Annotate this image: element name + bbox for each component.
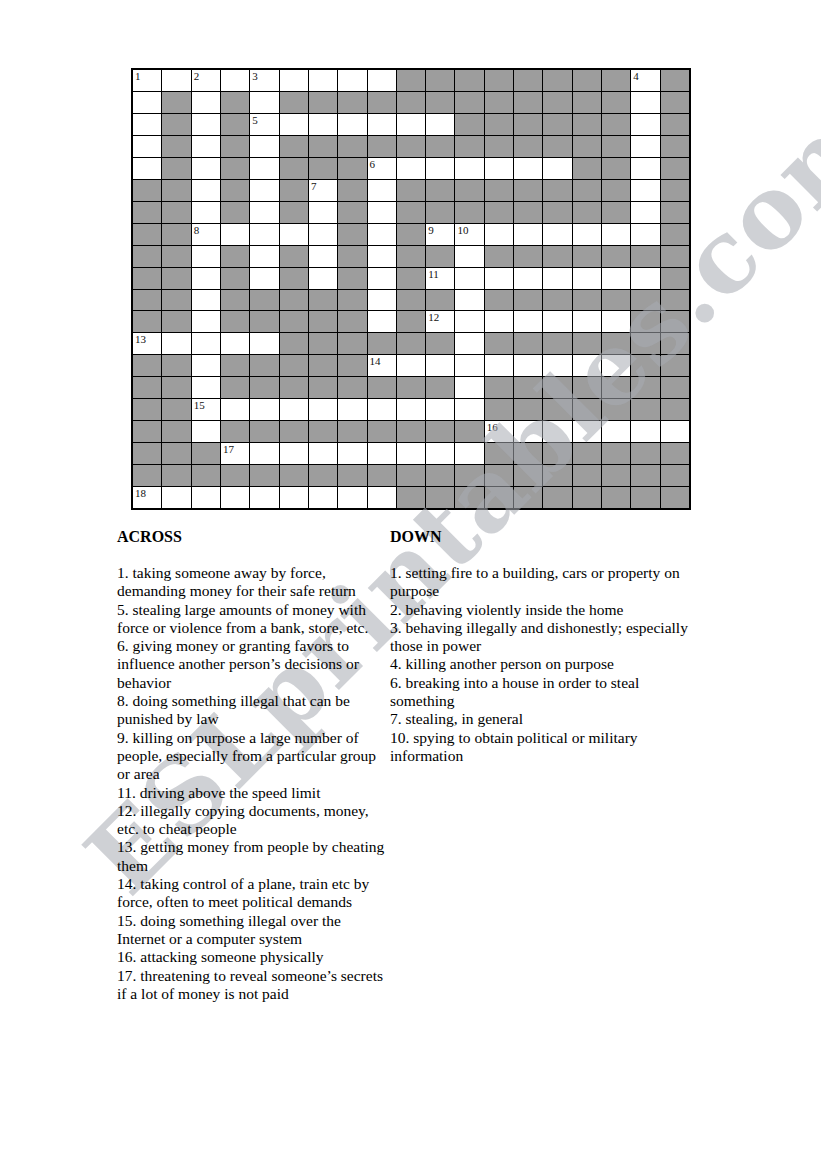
grid-cell[interactable] xyxy=(485,224,513,245)
blocked-cell xyxy=(280,202,308,223)
grid-cell[interactable] xyxy=(573,311,601,332)
grid-cell[interactable] xyxy=(426,399,454,420)
grid-cell[interactable] xyxy=(602,311,630,332)
grid-cell[interactable] xyxy=(455,158,483,179)
blocked-cell xyxy=(192,443,220,464)
grid-cell[interactable] xyxy=(192,180,220,201)
grid-cell[interactable] xyxy=(162,333,190,354)
grid-cell[interactable] xyxy=(368,399,396,420)
blocked-cell xyxy=(514,443,542,464)
grid-cell[interactable] xyxy=(280,70,308,91)
blocked-cell xyxy=(455,180,483,201)
blocked-cell xyxy=(250,290,278,311)
grid-cell[interactable] xyxy=(368,443,396,464)
blocked-cell xyxy=(543,399,571,420)
grid-cell[interactable] xyxy=(426,114,454,135)
grid-cell[interactable] xyxy=(250,246,278,267)
clue: 15. doing something illegal over the Int… xyxy=(117,912,385,949)
grid-cell[interactable] xyxy=(543,311,571,332)
blocked-cell xyxy=(338,333,366,354)
grid-cell[interactable]: 5 xyxy=(250,114,278,135)
grid-cell[interactable] xyxy=(602,268,630,289)
grid-cell[interactable] xyxy=(455,377,483,398)
blocked-cell xyxy=(426,136,454,157)
blocked-cell xyxy=(455,114,483,135)
blocked-cell xyxy=(602,377,630,398)
grid-cell[interactable] xyxy=(455,399,483,420)
blocked-cell xyxy=(338,224,366,245)
blocked-cell xyxy=(280,180,308,201)
blocked-cell xyxy=(338,355,366,376)
grid-cell[interactable] xyxy=(162,487,190,508)
blocked-cell xyxy=(514,377,542,398)
grid-cell[interactable] xyxy=(368,268,396,289)
blocked-cell xyxy=(162,268,190,289)
grid-cell[interactable] xyxy=(455,355,483,376)
grid-cell[interactable] xyxy=(338,70,366,91)
grid-cell[interactable]: 13 xyxy=(133,333,161,354)
clue: 1. taking someone away by force, demandi… xyxy=(117,564,385,601)
grid-cell[interactable] xyxy=(309,487,337,508)
grid-cell[interactable] xyxy=(309,114,337,135)
grid-cell[interactable] xyxy=(602,421,630,442)
grid-cell[interactable] xyxy=(543,268,571,289)
blocked-cell xyxy=(397,70,425,91)
clue-number: 11 xyxy=(428,268,439,280)
grid-cell[interactable] xyxy=(631,158,659,179)
blocked-cell xyxy=(250,355,278,376)
grid-cell[interactable]: 12 xyxy=(426,311,454,332)
grid-cell[interactable] xyxy=(133,158,161,179)
grid-cell[interactable] xyxy=(309,224,337,245)
blocked-cell xyxy=(661,246,689,267)
grid-cell[interactable] xyxy=(192,114,220,135)
blocked-cell xyxy=(162,377,190,398)
blocked-cell xyxy=(309,355,337,376)
blocked-cell xyxy=(426,92,454,113)
grid-cell[interactable] xyxy=(397,355,425,376)
blocked-cell xyxy=(485,443,513,464)
grid-cell[interactable] xyxy=(368,224,396,245)
blocked-cell xyxy=(221,290,249,311)
grid-cell[interactable] xyxy=(543,224,571,245)
blocked-cell xyxy=(280,158,308,179)
blocked-cell xyxy=(280,136,308,157)
grid-cell[interactable] xyxy=(221,333,249,354)
clue: 3. behaving illegally and dishonestly; e… xyxy=(390,619,688,656)
blocked-cell xyxy=(338,290,366,311)
blocked-cell xyxy=(221,421,249,442)
blocked-cell xyxy=(485,333,513,354)
blocked-cell xyxy=(397,92,425,113)
blocked-cell xyxy=(455,487,483,508)
grid-cell[interactable]: 9 xyxy=(426,224,454,245)
blocked-cell xyxy=(397,180,425,201)
blocked-cell xyxy=(543,377,571,398)
grid-cell[interactable] xyxy=(133,92,161,113)
blocked-cell xyxy=(661,355,689,376)
grid-cell[interactable] xyxy=(133,136,161,157)
grid-cell[interactable] xyxy=(192,268,220,289)
blocked-cell xyxy=(661,465,689,486)
grid-cell[interactable] xyxy=(368,246,396,267)
clue: 13. getting money from people by cheatin… xyxy=(117,838,385,875)
blocked-cell xyxy=(661,333,689,354)
blocked-cell xyxy=(514,202,542,223)
grid-cell[interactable] xyxy=(309,443,337,464)
blocked-cell xyxy=(661,180,689,201)
blocked-cell xyxy=(162,443,190,464)
grid-cell[interactable] xyxy=(338,399,366,420)
blocked-cell xyxy=(133,377,161,398)
blocked-cell xyxy=(426,487,454,508)
clue-number: 8 xyxy=(194,224,200,236)
blocked-cell xyxy=(514,333,542,354)
clue: 17. threatening to reveal someone’s secr… xyxy=(117,967,385,1004)
grid-cell[interactable] xyxy=(368,70,396,91)
grid-cell[interactable] xyxy=(250,92,278,113)
grid-cell[interactable] xyxy=(250,399,278,420)
grid-cell[interactable] xyxy=(280,443,308,464)
grid-cell[interactable] xyxy=(368,114,396,135)
grid-cell[interactable] xyxy=(250,333,278,354)
grid-cell[interactable] xyxy=(221,70,249,91)
blocked-cell xyxy=(485,202,513,223)
grid-cell[interactable] xyxy=(162,70,190,91)
grid-cell[interactable] xyxy=(250,224,278,245)
grid-cell[interactable] xyxy=(573,268,601,289)
blocked-cell xyxy=(485,136,513,157)
grid-cell[interactable]: 6 xyxy=(368,158,396,179)
grid-cell[interactable]: 14 xyxy=(368,355,396,376)
blocked-cell xyxy=(280,355,308,376)
blocked-cell xyxy=(338,377,366,398)
blocked-cell xyxy=(338,136,366,157)
grid-cell[interactable] xyxy=(368,311,396,332)
grid-cell[interactable] xyxy=(397,114,425,135)
blocked-cell xyxy=(221,202,249,223)
grid-cell[interactable] xyxy=(192,421,220,442)
blocked-cell xyxy=(133,180,161,201)
blocked-cell xyxy=(221,465,249,486)
grid-cell[interactable]: 15 xyxy=(192,399,220,420)
grid-cell[interactable] xyxy=(602,355,630,376)
grid-cell[interactable] xyxy=(309,268,337,289)
grid-cell[interactable] xyxy=(631,421,659,442)
blocked-cell xyxy=(661,290,689,311)
blocked-cell xyxy=(162,246,190,267)
grid-cell[interactable] xyxy=(543,355,571,376)
blocked-cell xyxy=(397,268,425,289)
grid-cell[interactable] xyxy=(192,487,220,508)
down-clues: DOWN 1. setting fire to a building, cars… xyxy=(390,528,688,765)
blocked-cell xyxy=(573,465,601,486)
grid-cell[interactable] xyxy=(631,268,659,289)
grid-cell[interactable] xyxy=(514,355,542,376)
blocked-cell xyxy=(602,443,630,464)
grid-cell[interactable] xyxy=(543,158,571,179)
clue-number: 7 xyxy=(311,180,317,192)
clue-number: 10 xyxy=(457,224,468,236)
blocked-cell xyxy=(338,92,366,113)
blocked-cell xyxy=(602,399,630,420)
blocked-cell xyxy=(602,180,630,201)
clue-number: 14 xyxy=(370,355,381,367)
grid-cell[interactable] xyxy=(455,333,483,354)
blocked-cell xyxy=(602,246,630,267)
grid-cell[interactable]: 7 xyxy=(309,180,337,201)
grid-cell[interactable] xyxy=(543,421,571,442)
blocked-cell xyxy=(602,70,630,91)
grid-cell[interactable] xyxy=(192,290,220,311)
grid-cell[interactable] xyxy=(426,355,454,376)
clue: 16. attacking someone physically xyxy=(117,948,385,966)
grid-cell[interactable] xyxy=(368,487,396,508)
grid-cell[interactable]: 4 xyxy=(631,70,659,91)
blocked-cell xyxy=(338,202,366,223)
grid-cell[interactable] xyxy=(602,224,630,245)
blocked-cell xyxy=(485,70,513,91)
grid-cell[interactable] xyxy=(250,268,278,289)
grid-cell[interactable] xyxy=(573,355,601,376)
blocked-cell xyxy=(338,311,366,332)
blocked-cell xyxy=(514,465,542,486)
grid-cell[interactable]: 2 xyxy=(192,70,220,91)
blocked-cell xyxy=(162,158,190,179)
grid-cell[interactable] xyxy=(192,246,220,267)
grid-cell[interactable] xyxy=(338,487,366,508)
grid-cell[interactable] xyxy=(221,487,249,508)
grid-cell[interactable] xyxy=(221,224,249,245)
blocked-cell xyxy=(602,487,630,508)
blocked-cell xyxy=(573,70,601,91)
clue-number: 9 xyxy=(428,224,434,236)
grid-cell[interactable] xyxy=(309,202,337,223)
grid-cell[interactable] xyxy=(280,487,308,508)
grid-cell[interactable] xyxy=(192,311,220,332)
grid-cell[interactable] xyxy=(514,311,542,332)
grid-cell[interactable] xyxy=(631,224,659,245)
blocked-cell xyxy=(543,443,571,464)
blocked-cell xyxy=(280,311,308,332)
blocked-cell xyxy=(133,202,161,223)
blocked-cell xyxy=(338,421,366,442)
blocked-cell xyxy=(543,180,571,201)
blocked-cell xyxy=(397,465,425,486)
blocked-cell xyxy=(309,158,337,179)
blocked-cell xyxy=(426,421,454,442)
grid-cell[interactable] xyxy=(455,290,483,311)
blocked-cell xyxy=(661,114,689,135)
grid-cell[interactable] xyxy=(192,158,220,179)
grid-cell[interactable] xyxy=(192,333,220,354)
blocked-cell xyxy=(543,465,571,486)
clue-number: 6 xyxy=(370,158,376,170)
grid-cell[interactable] xyxy=(631,114,659,135)
grid-cell[interactable] xyxy=(192,202,220,223)
grid-cell[interactable] xyxy=(426,443,454,464)
blocked-cell xyxy=(485,465,513,486)
blocked-cell xyxy=(368,465,396,486)
blocked-cell xyxy=(221,377,249,398)
grid-cell[interactable] xyxy=(485,158,513,179)
blocked-cell xyxy=(338,180,366,201)
grid-cell[interactable] xyxy=(485,268,513,289)
grid-cell[interactable] xyxy=(397,399,425,420)
blocked-cell xyxy=(602,114,630,135)
blocked-cell xyxy=(162,355,190,376)
across-heading: ACROSS xyxy=(117,528,385,546)
blocked-cell xyxy=(514,246,542,267)
grid-cell[interactable] xyxy=(514,421,542,442)
blocked-cell xyxy=(133,355,161,376)
blocked-cell xyxy=(485,180,513,201)
grid-cell[interactable] xyxy=(280,114,308,135)
blocked-cell xyxy=(543,136,571,157)
blocked-cell xyxy=(661,311,689,332)
blocked-cell xyxy=(455,421,483,442)
blocked-cell xyxy=(162,421,190,442)
grid-cell[interactable] xyxy=(455,311,483,332)
blocked-cell xyxy=(397,136,425,157)
grid-cell[interactable]: 18 xyxy=(133,487,161,508)
crossword-grid: 123456789101112131415161718 xyxy=(131,68,691,510)
clue-number: 13 xyxy=(135,333,146,345)
grid-cell[interactable]: 11 xyxy=(426,268,454,289)
blocked-cell xyxy=(485,487,513,508)
grid-cell[interactable] xyxy=(309,246,337,267)
grid-cell[interactable] xyxy=(397,158,425,179)
grid-cell[interactable] xyxy=(338,443,366,464)
blocked-cell xyxy=(661,158,689,179)
grid-cell[interactable] xyxy=(631,180,659,201)
blocked-cell xyxy=(133,465,161,486)
blocked-cell xyxy=(514,70,542,91)
grid-cell[interactable] xyxy=(221,399,249,420)
blocked-cell xyxy=(221,92,249,113)
grid-cell[interactable]: 3 xyxy=(250,70,278,91)
down-clue-list: 1. setting fire to a building, cars or p… xyxy=(390,564,688,765)
clue: 12. illegally copying documents, money, … xyxy=(117,802,385,839)
blocked-cell xyxy=(573,290,601,311)
grid-cell[interactable] xyxy=(133,114,161,135)
grid-cell[interactable] xyxy=(631,92,659,113)
blocked-cell xyxy=(338,268,366,289)
grid-cell[interactable] xyxy=(250,180,278,201)
clue: 10. spying to obtain political or milita… xyxy=(390,729,688,766)
blocked-cell xyxy=(573,333,601,354)
grid-cell[interactable] xyxy=(514,158,542,179)
grid-cell[interactable]: 16 xyxy=(485,421,513,442)
blocked-cell xyxy=(309,377,337,398)
blocked-cell xyxy=(309,311,337,332)
blocked-cell xyxy=(455,136,483,157)
blocked-cell xyxy=(543,246,571,267)
grid-cell[interactable] xyxy=(514,268,542,289)
blocked-cell xyxy=(485,399,513,420)
grid-cell[interactable]: 10 xyxy=(455,224,483,245)
blocked-cell xyxy=(250,311,278,332)
grid-cell[interactable]: 17 xyxy=(221,443,249,464)
blocked-cell xyxy=(543,114,571,135)
grid-cell[interactable]: 8 xyxy=(192,224,220,245)
grid-cell[interactable] xyxy=(573,224,601,245)
grid-cell[interactable] xyxy=(250,158,278,179)
blocked-cell xyxy=(514,114,542,135)
grid-cell[interactable] xyxy=(192,355,220,376)
grid-cell[interactable] xyxy=(455,268,483,289)
grid-cell[interactable] xyxy=(192,136,220,157)
blocked-cell xyxy=(631,246,659,267)
blocked-cell xyxy=(397,202,425,223)
blocked-cell xyxy=(338,246,366,267)
blocked-cell xyxy=(133,399,161,420)
grid-cell[interactable] xyxy=(280,399,308,420)
grid-cell[interactable] xyxy=(309,70,337,91)
blocked-cell xyxy=(573,114,601,135)
blocked-cell xyxy=(661,399,689,420)
blocked-cell xyxy=(221,158,249,179)
blocked-cell xyxy=(221,246,249,267)
blocked-cell xyxy=(573,399,601,420)
grid-cell[interactable] xyxy=(455,246,483,267)
blocked-cell xyxy=(250,377,278,398)
grid-cell[interactable] xyxy=(514,224,542,245)
blocked-cell xyxy=(368,421,396,442)
grid-cell[interactable] xyxy=(338,114,366,135)
grid-cell[interactable] xyxy=(661,421,689,442)
blocked-cell xyxy=(573,443,601,464)
grid-cell[interactable] xyxy=(280,224,308,245)
blocked-cell xyxy=(602,158,630,179)
grid-cell[interactable] xyxy=(368,180,396,201)
blocked-cell xyxy=(162,399,190,420)
blocked-cell xyxy=(602,290,630,311)
grid-cell[interactable] xyxy=(309,399,337,420)
grid-cell[interactable] xyxy=(455,443,483,464)
grid-cell[interactable] xyxy=(368,202,396,223)
blocked-cell xyxy=(573,487,601,508)
blocked-cell xyxy=(455,202,483,223)
grid-cell[interactable] xyxy=(573,421,601,442)
blocked-cell xyxy=(631,355,659,376)
grid-cell[interactable] xyxy=(250,136,278,157)
grid-cell[interactable] xyxy=(250,202,278,223)
grid-cell[interactable] xyxy=(485,311,513,332)
grid-cell[interactable] xyxy=(631,202,659,223)
clue: 1. setting fire to a building, cars or p… xyxy=(390,564,688,601)
clue: 11. driving above the speed limit xyxy=(117,784,385,802)
grid-cell[interactable] xyxy=(397,443,425,464)
blocked-cell xyxy=(192,465,220,486)
blocked-cell xyxy=(280,246,308,267)
grid-cell[interactable] xyxy=(368,290,396,311)
grid-cell[interactable] xyxy=(250,443,278,464)
grid-cell[interactable]: 1 xyxy=(133,70,161,91)
blocked-cell xyxy=(280,268,308,289)
grid-cell[interactable] xyxy=(631,136,659,157)
grid-cell[interactable] xyxy=(485,355,513,376)
grid-cell[interactable] xyxy=(426,158,454,179)
blocked-cell xyxy=(602,136,630,157)
grid-cell[interactable] xyxy=(192,377,220,398)
grid-cell[interactable] xyxy=(250,487,278,508)
blocked-cell xyxy=(661,224,689,245)
blocked-cell xyxy=(455,92,483,113)
grid-cell[interactable] xyxy=(192,92,220,113)
blocked-cell xyxy=(514,180,542,201)
clue-number: 1 xyxy=(135,70,141,82)
